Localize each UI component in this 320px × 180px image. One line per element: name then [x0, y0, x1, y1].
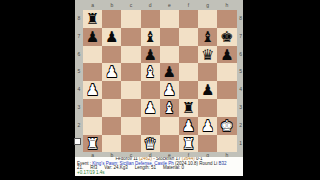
square-e4: ♟ — [160, 81, 179, 99]
black-queen-g6: ♛ — [198, 46, 217, 64]
rank-label-4: 4 — [237, 81, 245, 99]
square-e7 — [160, 28, 179, 46]
eco-code: B32 — [217, 161, 226, 166]
square-d3: ♟ — [141, 99, 160, 117]
black-pawn-g4: ♟ — [198, 81, 217, 99]
square-g2: ♟ — [198, 117, 217, 135]
square-b6 — [102, 46, 121, 64]
rank-label-8: 8 — [237, 10, 245, 28]
square-c1 — [121, 135, 140, 153]
square-a5 — [83, 63, 102, 81]
game-info-panel: Fedorov 11 (2462) - Stockfish 17 (3644) … — [75, 157, 243, 176]
square-h3 — [217, 99, 236, 117]
square-b3 — [102, 99, 121, 117]
square-a8: ♜ — [83, 10, 102, 28]
black-pawn-d6: ♟ — [141, 46, 160, 64]
square-d8 — [141, 10, 160, 28]
rank-label-2: 2 — [237, 117, 245, 135]
white-rook-a1: ♜ — [83, 135, 102, 153]
square-c8 — [121, 10, 140, 28]
white-rook-f1: ♜ — [179, 135, 198, 153]
engine-eval-line: +0.17/19 1.4s — [75, 171, 243, 176]
square-d1: ♛ — [141, 135, 160, 153]
black-pawn-e5: ♟ — [160, 63, 179, 81]
square-f7 — [179, 28, 198, 46]
square-a4: ♟ — [83, 81, 102, 99]
square-f2: ♟ — [179, 117, 198, 135]
game-length: Length: 51 — [135, 165, 156, 170]
file-label-b: b — [102, 1, 121, 9]
file-label-a: a — [83, 1, 102, 9]
square-c5 — [121, 63, 140, 81]
rank-label-7: 7 — [237, 28, 245, 46]
file-label-e: e — [160, 1, 179, 9]
square-d7: ♝ — [141, 28, 160, 46]
rank-label-4: 4 — [75, 81, 83, 99]
square-g4: ♟ — [198, 81, 217, 99]
rank-label-7: 7 — [75, 28, 83, 46]
video-frame: abcdefgh 87654321 ♜♟♟♝♝♚♟♛♟♟♝♟♟♟♟♟♝♜♟♟♚♜… — [0, 0, 320, 180]
square-h6: ♟ — [217, 46, 236, 64]
square-a7: ♟ — [83, 28, 102, 46]
black-bishop-d7: ♝ — [141, 28, 160, 46]
white-pawn-b5: ♟ — [102, 63, 121, 81]
white-bishop-e3: ♝ — [160, 99, 179, 117]
square-f8 — [179, 10, 198, 28]
square-b5: ♟ — [102, 63, 121, 81]
square-f6 — [179, 46, 198, 64]
rank-label-3: 3 — [237, 99, 245, 117]
rank-label-3: 3 — [75, 99, 83, 117]
square-b1 — [102, 135, 121, 153]
square-e2 — [160, 117, 179, 135]
square-g1 — [198, 135, 217, 153]
black-pawn-h6: ♟ — [217, 46, 236, 64]
square-b2 — [102, 117, 121, 135]
square-f3: ♜ — [179, 99, 198, 117]
rank-label-6: 6 — [237, 46, 245, 64]
next-move: Var: 24.Kg3 — [104, 165, 127, 170]
square-h2: ♚ — [217, 117, 236, 135]
white-pawn-a4: ♟ — [83, 81, 102, 99]
square-g8 — [198, 10, 217, 28]
square-d2 — [141, 117, 160, 135]
black-pawn-a7: ♟ — [83, 28, 102, 46]
square-h8 — [217, 10, 236, 28]
board-panel: abcdefgh 87654321 ♜♟♟♝♝♚♟♛♟♟♝♟♟♟♟♟♝♜♟♟♚♜… — [75, 0, 243, 176]
white-bishop-d5: ♝ — [141, 63, 160, 81]
black-king-h7: ♚ — [217, 28, 236, 46]
square-b4 — [102, 81, 121, 99]
file-label-f: f — [179, 1, 198, 9]
square-d4 — [141, 81, 160, 99]
white-to-move-indicator — [74, 138, 81, 145]
square-b8 — [102, 10, 121, 28]
rank-label-6: 6 — [75, 46, 83, 64]
square-e5: ♟ — [160, 63, 179, 81]
square-a6 — [83, 46, 102, 64]
square-e6 — [160, 46, 179, 64]
square-e1 — [160, 135, 179, 153]
chess-board: ♜♟♟♝♝♚♟♛♟♟♝♟♟♟♟♟♝♜♟♟♚♜♛♜ — [83, 10, 237, 152]
rank-label-5: 5 — [237, 63, 245, 81]
square-c6 — [121, 46, 140, 64]
rank-label-1: 1 — [237, 135, 245, 153]
file-label-g: g — [198, 1, 217, 9]
rank-label-2: 2 — [75, 117, 83, 135]
square-a1: ♜ — [83, 135, 102, 153]
rank-labels-left: 87654321 — [75, 10, 83, 152]
rank-label-8: 8 — [75, 10, 83, 28]
black-bishop-g7: ♝ — [198, 28, 217, 46]
square-h4 — [217, 81, 236, 99]
square-g6: ♛ — [198, 46, 217, 64]
white-king-h2: ♚ — [217, 117, 236, 135]
square-b7: ♟ — [102, 28, 121, 46]
material-balance: Material: 0 — [163, 165, 184, 170]
square-g3 — [198, 99, 217, 117]
square-h5 — [217, 63, 236, 81]
file-label-h: h — [217, 1, 236, 9]
square-e8 — [160, 10, 179, 28]
square-h1 — [217, 135, 236, 153]
file-label-d: d — [141, 1, 160, 9]
square-c7 — [121, 28, 140, 46]
white-pawn-d3: ♟ — [141, 99, 160, 117]
square-c3 — [121, 99, 140, 117]
black-rook-a8: ♜ — [83, 10, 102, 28]
black-rook-f3: ♜ — [179, 99, 198, 117]
file-label-c: c — [121, 1, 140, 9]
white-pawn-g2: ♟ — [198, 117, 217, 135]
square-f5 — [179, 63, 198, 81]
square-g5 — [198, 63, 217, 81]
square-a2 — [83, 117, 102, 135]
square-h7: ♚ — [217, 28, 236, 46]
event-round: Round Li — [198, 161, 217, 166]
white-pawn-e4: ♟ — [160, 81, 179, 99]
square-a3 — [83, 99, 102, 117]
square-g7: ♝ — [198, 28, 217, 46]
square-d5: ♝ — [141, 63, 160, 81]
square-c2 — [121, 117, 140, 135]
file-labels-top: abcdefgh — [83, 1, 237, 9]
square-f4 — [179, 81, 198, 99]
square-e3: ♝ — [160, 99, 179, 117]
rank-labels-right: 87654321 — [237, 10, 245, 152]
black-pawn-b7: ♟ — [102, 28, 121, 46]
white-pawn-f2: ♟ — [179, 117, 198, 135]
square-f1: ♜ — [179, 135, 198, 153]
square-d6: ♟ — [141, 46, 160, 64]
white-queen-d1: ♛ — [141, 135, 160, 153]
engine-eval: +0.17/19 1.4s — [77, 170, 104, 175]
rank-label-5: 5 — [75, 63, 83, 81]
square-c4 — [121, 81, 140, 99]
